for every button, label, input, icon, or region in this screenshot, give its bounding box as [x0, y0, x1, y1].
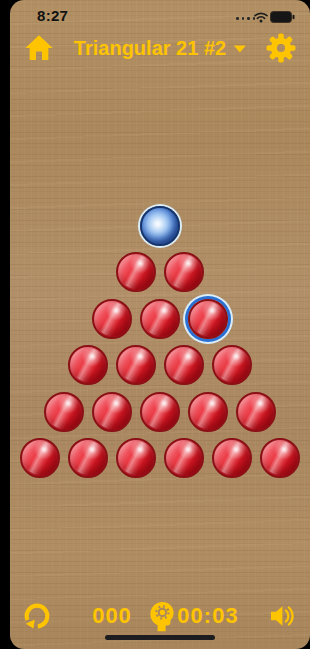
peg-r6c3[interactable] [116, 438, 156, 478]
peg-r5c3[interactable] [140, 392, 180, 432]
restart-button[interactable] [19, 598, 55, 634]
peg-r6c5[interactable] [212, 438, 252, 478]
peg-r4c1[interactable] [68, 345, 108, 385]
peg-r3c2[interactable] [140, 299, 180, 339]
peg-r2c1[interactable] [116, 252, 156, 292]
sound-button[interactable] [265, 599, 299, 633]
peg-r1c1[interactable] [140, 206, 180, 246]
peg-r4c2[interactable] [116, 345, 156, 385]
peg-r2c2[interactable] [164, 252, 204, 292]
peg-r3c3[interactable] [188, 299, 228, 339]
home-indicator[interactable] [105, 635, 215, 640]
footer-bar: 000 00:03 [10, 579, 310, 649]
peg-r4c4[interactable] [212, 345, 252, 385]
peg-r6c2[interactable] [68, 438, 108, 478]
peg-r5c2[interactable] [92, 392, 132, 432]
timer: 00:03 [177, 603, 238, 629]
peg-r6c6[interactable] [260, 438, 300, 478]
peg-r4c3[interactable] [164, 345, 204, 385]
hint-button[interactable] [146, 599, 178, 633]
peg-r5c5[interactable] [236, 392, 276, 432]
peg-r5c4[interactable] [188, 392, 228, 432]
peg-r5c1[interactable] [44, 392, 84, 432]
board [10, 0, 310, 649]
moves-counter: 000 [92, 603, 132, 629]
peg-r6c1[interactable] [20, 438, 60, 478]
speaker-icon [265, 599, 299, 633]
app-screen: 8:27 Triangular 21 #2 [10, 0, 310, 649]
restart-icon [19, 598, 55, 634]
peg-r3c1[interactable] [92, 299, 132, 339]
hint-head-gear-icon [146, 599, 178, 633]
peg-r6c4[interactable] [164, 438, 204, 478]
